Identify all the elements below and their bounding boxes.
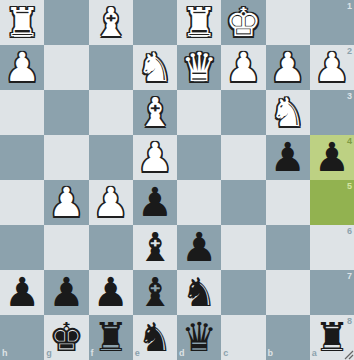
square-h6[interactable] [0, 225, 44, 270]
piece-black-king[interactable]: ♚ [48, 315, 84, 360]
piece-black-pawn[interactable]: ♟ [48, 270, 84, 315]
file-label-c: c [223, 349, 228, 358]
square-f1[interactable]: ♝ [89, 0, 133, 45]
piece-black-pawn[interactable]: ♟ [93, 270, 129, 315]
square-e6[interactable]: ♝ [133, 225, 177, 270]
square-h8[interactable]: h [0, 315, 44, 360]
square-d4[interactable] [177, 135, 221, 180]
square-b2[interactable]: ♟ [266, 45, 310, 90]
square-e8[interactable]: ♞e [133, 315, 177, 360]
piece-white-king[interactable]: ♚ [225, 0, 261, 45]
square-b4[interactable]: ♟ [266, 135, 310, 180]
piece-black-pawn[interactable]: ♟ [181, 225, 217, 270]
square-d7[interactable]: ♞ [177, 270, 221, 315]
square-c1[interactable]: ♚ [221, 0, 265, 45]
square-a5[interactable]: 5 [310, 180, 354, 225]
piece-white-pawn[interactable]: ♟ [137, 135, 173, 180]
file-label-h: h [2, 349, 8, 358]
square-g3[interactable] [44, 90, 88, 135]
square-e4[interactable]: ♟ [133, 135, 177, 180]
square-e2[interactable]: ♞ [133, 45, 177, 90]
piece-white-pawn[interactable]: ♟ [270, 45, 306, 90]
piece-white-knight[interactable]: ♞ [270, 90, 306, 135]
piece-white-knight[interactable]: ♞ [137, 45, 173, 90]
square-g1[interactable] [44, 0, 88, 45]
piece-black-knight[interactable]: ♞ [181, 270, 217, 315]
rank-label-7: 7 [347, 272, 352, 281]
piece-black-queen[interactable]: ♛ [181, 315, 217, 360]
square-c3[interactable] [221, 90, 265, 135]
square-h1[interactable]: ♜ [0, 0, 44, 45]
square-a6[interactable]: 6 [310, 225, 354, 270]
square-b1[interactable] [266, 0, 310, 45]
square-d3[interactable] [177, 90, 221, 135]
square-b3[interactable]: ♞ [266, 90, 310, 135]
resize-handle-lines [345, 351, 353, 359]
square-d5[interactable] [177, 180, 221, 225]
square-b6[interactable] [266, 225, 310, 270]
piece-black-pawn[interactable]: ♟ [4, 270, 40, 315]
square-g6[interactable] [44, 225, 88, 270]
square-h7[interactable]: ♟ [0, 270, 44, 315]
square-a3[interactable]: 3 [310, 90, 354, 135]
square-a7[interactable]: 7 [310, 270, 354, 315]
square-h3[interactable] [0, 90, 44, 135]
square-e3[interactable]: ♝ [133, 90, 177, 135]
square-c2[interactable]: ♟ [221, 45, 265, 90]
piece-white-pawn[interactable]: ♟ [93, 180, 129, 225]
rank-label-6: 6 [347, 227, 352, 236]
square-d2[interactable]: ♛ [177, 45, 221, 90]
square-g7[interactable]: ♟ [44, 270, 88, 315]
rank-label-5: 5 [347, 182, 352, 191]
square-f8[interactable]: ♜f [89, 315, 133, 360]
square-h5[interactable] [0, 180, 44, 225]
square-e1[interactable] [133, 0, 177, 45]
piece-white-queen[interactable]: ♛ [181, 45, 217, 90]
square-e5[interactable]: ♟ [133, 180, 177, 225]
square-h4[interactable] [0, 135, 44, 180]
piece-white-rook[interactable]: ♜ [181, 0, 217, 45]
square-b8[interactable]: b [266, 315, 310, 360]
piece-black-rook[interactable]: ♜ [93, 315, 129, 360]
square-b7[interactable] [266, 270, 310, 315]
piece-black-bishop[interactable]: ♝ [137, 225, 173, 270]
piece-black-pawn[interactable]: ♟ [270, 135, 306, 180]
square-c8[interactable]: c [221, 315, 265, 360]
square-f2[interactable] [89, 45, 133, 90]
square-a2[interactable]: ♟2 [310, 45, 354, 90]
square-f6[interactable] [89, 225, 133, 270]
square-a4[interactable]: ♟4 [310, 135, 354, 180]
square-g2[interactable] [44, 45, 88, 90]
square-c4[interactable] [221, 135, 265, 180]
square-f7[interactable]: ♟ [89, 270, 133, 315]
square-e7[interactable]: ♝ [133, 270, 177, 315]
square-c6[interactable] [221, 225, 265, 270]
piece-white-rook[interactable]: ♜ [4, 0, 40, 45]
square-b5[interactable] [266, 180, 310, 225]
square-d8[interactable]: ♛d [177, 315, 221, 360]
piece-white-bishop[interactable]: ♝ [93, 0, 129, 45]
square-g8[interactable]: ♚g [44, 315, 88, 360]
piece-white-pawn[interactable]: ♟ [314, 45, 350, 90]
file-label-b: b [268, 349, 274, 358]
square-g4[interactable] [44, 135, 88, 180]
piece-white-pawn[interactable]: ♟ [4, 45, 40, 90]
piece-black-pawn[interactable]: ♟ [137, 180, 173, 225]
piece-white-bishop[interactable]: ♝ [137, 90, 173, 135]
square-f3[interactable] [89, 90, 133, 135]
piece-white-pawn[interactable]: ♟ [48, 180, 84, 225]
square-f5[interactable]: ♟ [89, 180, 133, 225]
piece-black-pawn[interactable]: ♟ [314, 135, 350, 180]
square-f4[interactable] [89, 135, 133, 180]
piece-black-knight[interactable]: ♞ [137, 315, 173, 360]
board-container: ♜♝♜♚1♟♞♛♟♟♟2♝♞3♟♟♟4♟♟♟5♝♟6♟♟♟♝♞7h♚g♜f♞e♛… [0, 0, 354, 360]
square-d1[interactable]: ♜ [177, 0, 221, 45]
resize-handle[interactable] [343, 349, 354, 360]
square-g5[interactable]: ♟ [44, 180, 88, 225]
square-a1[interactable]: 1 [310, 0, 354, 45]
rank-label-1: 1 [347, 2, 352, 11]
square-h2[interactable]: ♟ [0, 45, 44, 90]
chess-board: ♜♝♜♚1♟♞♛♟♟♟2♝♞3♟♟♟4♟♟♟5♝♟6♟♟♟♝♞7h♚g♜f♞e♛… [0, 0, 354, 360]
square-d6[interactable]: ♟ [177, 225, 221, 270]
square-c5[interactable] [221, 180, 265, 225]
square-c7[interactable] [221, 270, 265, 315]
piece-black-bishop[interactable]: ♝ [137, 270, 173, 315]
rank-label-3: 3 [347, 92, 352, 101]
piece-white-pawn[interactable]: ♟ [225, 45, 261, 90]
